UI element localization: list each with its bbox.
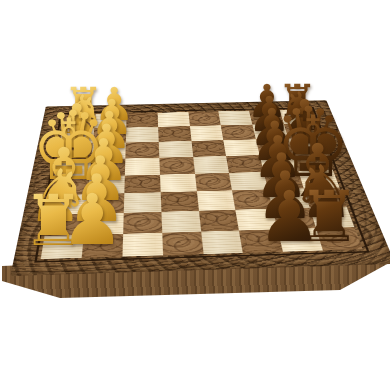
chess-set-photo: ♜♟♟♜♞♟♟♞♝♟♟♝♛♟♟♛♚♟♟♚♝♟♟♝♞♟♟♞♜♟♟♜ — [0, 0, 390, 390]
board-square[interactable] — [196, 190, 235, 210]
board-square[interactable] — [161, 231, 202, 255]
piece-white-pawn[interactable]: ♟ — [57, 185, 127, 255]
board-square[interactable] — [157, 126, 190, 142]
board-square[interactable] — [189, 125, 223, 141]
board-square[interactable] — [194, 172, 232, 191]
board-square[interactable] — [200, 230, 243, 254]
board-square[interactable] — [160, 191, 198, 211]
board-square[interactable] — [122, 232, 162, 256]
board-square[interactable] — [159, 173, 196, 192]
board-square[interactable] — [157, 112, 189, 127]
board-square[interactable] — [191, 140, 226, 157]
piece-black-pawn[interactable]: ♟ — [254, 182, 324, 252]
board-square[interactable] — [161, 210, 201, 232]
board-square[interactable] — [158, 156, 194, 174]
board-square[interactable] — [158, 140, 192, 157]
board-square[interactable] — [188, 111, 221, 126]
board-square[interactable] — [192, 155, 229, 173]
board-square[interactable] — [198, 209, 239, 231]
